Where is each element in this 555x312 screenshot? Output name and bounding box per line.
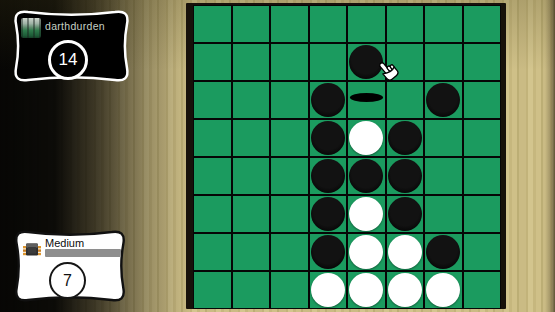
cell-g4[interactable] (425, 120, 462, 156)
cell-a7[interactable] (194, 234, 231, 270)
cell-a6[interactable] (194, 196, 231, 232)
cell-c3[interactable] (271, 82, 308, 118)
cell-b7[interactable] (233, 234, 270, 270)
player-name-white: Medium (45, 237, 84, 249)
player-card-white: Medium 7 (9, 227, 131, 305)
cell-h2[interactable] (464, 44, 501, 80)
white-disc (349, 235, 383, 269)
cell-h7[interactable] (464, 234, 501, 270)
cell-f5[interactable] (387, 158, 424, 194)
black-disc (388, 159, 422, 193)
cpu-chip-icon (22, 240, 42, 259)
black-disc (311, 159, 345, 193)
white-disc (311, 273, 345, 307)
cell-e7[interactable] (348, 234, 385, 270)
black-disc (426, 235, 460, 269)
cell-c6[interactable] (271, 196, 308, 232)
black-disc (311, 235, 345, 269)
cell-d3[interactable] (310, 82, 347, 118)
flipping-disc (350, 93, 383, 102)
hand-pointer-icon (376, 60, 402, 88)
score-circle-black: 14 (48, 40, 88, 80)
cell-c4[interactable] (271, 120, 308, 156)
black-disc (311, 121, 345, 155)
black-disc (388, 197, 422, 231)
board-grid (193, 5, 501, 309)
score-value-white: 7 (63, 272, 72, 290)
board-frame (186, 3, 506, 309)
cell-a8[interactable] (194, 272, 231, 308)
cell-c2[interactable] (271, 44, 308, 80)
cell-h5[interactable] (464, 158, 501, 194)
black-disc (349, 159, 383, 193)
cell-g2[interactable] (425, 44, 462, 80)
cell-e1[interactable] (348, 6, 385, 42)
cell-f7[interactable] (387, 234, 424, 270)
cell-b6[interactable] (233, 196, 270, 232)
cell-d8[interactable] (310, 272, 347, 308)
cell-g6[interactable] (425, 196, 462, 232)
cell-c5[interactable] (271, 158, 308, 194)
cell-d7[interactable] (310, 234, 347, 270)
white-disc (388, 235, 422, 269)
black-disc (311, 83, 345, 117)
white-disc (349, 197, 383, 231)
cell-h8[interactable] (464, 272, 501, 308)
cell-d2[interactable] (310, 44, 347, 80)
white-disc (426, 273, 460, 307)
cell-g8[interactable] (425, 272, 462, 308)
cell-e5[interactable] (348, 158, 385, 194)
cell-e6[interactable] (348, 196, 385, 232)
cell-f8[interactable] (387, 272, 424, 308)
cell-a5[interactable] (194, 158, 231, 194)
cell-a1[interactable] (194, 6, 231, 42)
cell-e8[interactable] (348, 272, 385, 308)
cell-a3[interactable] (194, 82, 231, 118)
black-disc (426, 83, 460, 117)
cell-b2[interactable] (233, 44, 270, 80)
cell-d1[interactable] (310, 6, 347, 42)
cell-d6[interactable] (310, 196, 347, 232)
white-disc (349, 121, 383, 155)
cell-b4[interactable] (233, 120, 270, 156)
cell-c8[interactable] (271, 272, 308, 308)
cell-c1[interactable] (271, 6, 308, 42)
cell-a4[interactable] (194, 120, 231, 156)
difficulty-bar (45, 249, 121, 257)
cell-b1[interactable] (233, 6, 270, 42)
cell-b5[interactable] (233, 158, 270, 194)
player-name-black: darthdurden (45, 20, 105, 32)
cell-h6[interactable] (464, 196, 501, 232)
cell-g5[interactable] (425, 158, 462, 194)
cell-b3[interactable] (233, 82, 270, 118)
score-value-black: 14 (59, 50, 78, 70)
black-disc (311, 197, 345, 231)
cell-f1[interactable] (387, 6, 424, 42)
cell-f6[interactable] (387, 196, 424, 232)
cell-d5[interactable] (310, 158, 347, 194)
cell-g7[interactable] (425, 234, 462, 270)
white-disc (349, 273, 383, 307)
cell-f4[interactable] (387, 120, 424, 156)
avatar (21, 18, 41, 38)
cell-a2[interactable] (194, 44, 231, 80)
black-disc (388, 121, 422, 155)
cell-g3[interactable] (425, 82, 462, 118)
cell-g1[interactable] (425, 6, 462, 42)
cell-c7[interactable] (271, 234, 308, 270)
white-disc (388, 273, 422, 307)
cell-d4[interactable] (310, 120, 347, 156)
score-circle-white: 7 (49, 262, 86, 299)
cell-e4[interactable] (348, 120, 385, 156)
cell-h3[interactable] (464, 82, 501, 118)
cell-h1[interactable] (464, 6, 501, 42)
cell-b8[interactable] (233, 272, 270, 308)
cell-h4[interactable] (464, 120, 501, 156)
player-card-black: darthdurden 14 (8, 7, 135, 85)
